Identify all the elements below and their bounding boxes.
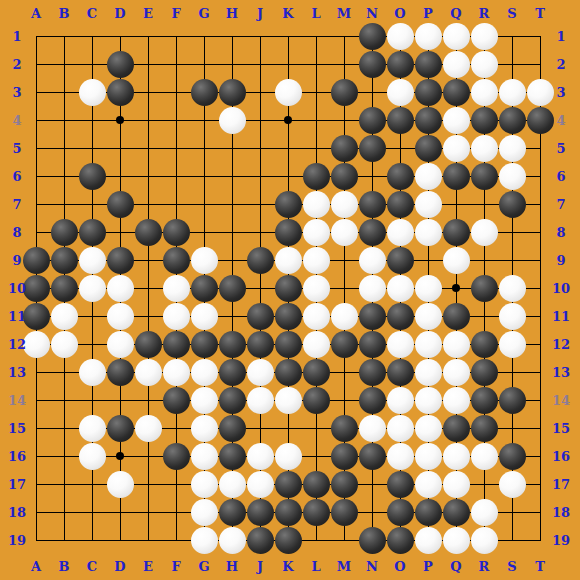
intersection-E3[interactable] [134, 78, 162, 106]
intersection-O8[interactable] [386, 218, 414, 246]
intersection-H18[interactable] [218, 498, 246, 526]
intersection-S11[interactable] [498, 302, 526, 330]
intersection-P7[interactable] [414, 190, 442, 218]
intersection-R17[interactable] [470, 470, 498, 498]
intersection-C14[interactable] [78, 386, 106, 414]
intersection-N7[interactable] [358, 190, 386, 218]
intersection-B17[interactable] [50, 470, 78, 498]
intersection-E7[interactable] [134, 190, 162, 218]
intersection-E13[interactable] [134, 358, 162, 386]
intersection-O14[interactable] [386, 386, 414, 414]
intersection-A16[interactable] [22, 442, 50, 470]
intersection-R15[interactable] [470, 414, 498, 442]
intersection-F6[interactable] [162, 162, 190, 190]
intersection-O9[interactable] [386, 246, 414, 274]
intersection-J8[interactable] [246, 218, 274, 246]
intersection-A1[interactable] [22, 22, 50, 50]
intersection-F3[interactable] [162, 78, 190, 106]
intersection-N8[interactable] [358, 218, 386, 246]
intersection-P10[interactable] [414, 274, 442, 302]
intersection-M10[interactable] [330, 274, 358, 302]
intersection-S12[interactable] [498, 330, 526, 358]
intersection-O3[interactable] [386, 78, 414, 106]
intersection-P12[interactable] [414, 330, 442, 358]
intersection-P8[interactable] [414, 218, 442, 246]
intersection-G11[interactable] [190, 302, 218, 330]
intersection-O17[interactable] [386, 470, 414, 498]
intersection-C5[interactable] [78, 134, 106, 162]
intersection-H12[interactable] [218, 330, 246, 358]
intersection-E14[interactable] [134, 386, 162, 414]
intersection-T5[interactable] [526, 134, 554, 162]
intersection-H2[interactable] [218, 50, 246, 78]
intersection-J14[interactable] [246, 386, 274, 414]
intersection-T19[interactable] [526, 526, 554, 554]
intersection-P2[interactable] [414, 50, 442, 78]
intersection-H3[interactable] [218, 78, 246, 106]
intersection-S6[interactable] [498, 162, 526, 190]
intersection-C3[interactable] [78, 78, 106, 106]
intersection-S1[interactable] [498, 22, 526, 50]
intersection-K16[interactable] [274, 442, 302, 470]
intersection-B2[interactable] [50, 50, 78, 78]
intersection-D12[interactable] [106, 330, 134, 358]
intersection-G19[interactable] [190, 526, 218, 554]
intersection-R9[interactable] [470, 246, 498, 274]
intersection-C9[interactable] [78, 246, 106, 274]
intersection-O5[interactable] [386, 134, 414, 162]
intersection-L11[interactable] [302, 302, 330, 330]
intersection-R13[interactable] [470, 358, 498, 386]
intersection-C4[interactable] [78, 106, 106, 134]
intersection-A3[interactable] [22, 78, 50, 106]
intersection-O12[interactable] [386, 330, 414, 358]
intersection-P6[interactable] [414, 162, 442, 190]
intersection-R18[interactable] [470, 498, 498, 526]
intersection-E17[interactable] [134, 470, 162, 498]
intersection-B18[interactable] [50, 498, 78, 526]
intersection-K13[interactable] [274, 358, 302, 386]
intersection-B4[interactable] [50, 106, 78, 134]
intersection-L9[interactable] [302, 246, 330, 274]
intersection-B11[interactable] [50, 302, 78, 330]
intersection-D5[interactable] [106, 134, 134, 162]
intersection-T11[interactable] [526, 302, 554, 330]
intersection-L12[interactable] [302, 330, 330, 358]
intersection-M8[interactable] [330, 218, 358, 246]
intersection-Q2[interactable] [442, 50, 470, 78]
intersection-A14[interactable] [22, 386, 50, 414]
intersection-K5[interactable] [274, 134, 302, 162]
intersection-Q9[interactable] [442, 246, 470, 274]
intersection-N14[interactable] [358, 386, 386, 414]
intersection-O6[interactable] [386, 162, 414, 190]
intersection-A17[interactable] [22, 470, 50, 498]
intersection-C19[interactable] [78, 526, 106, 554]
intersection-R11[interactable] [470, 302, 498, 330]
intersection-D4[interactable] [106, 106, 134, 134]
intersection-R10[interactable] [470, 274, 498, 302]
intersection-M5[interactable] [330, 134, 358, 162]
intersection-Q19[interactable] [442, 526, 470, 554]
intersection-C11[interactable] [78, 302, 106, 330]
intersection-K1[interactable] [274, 22, 302, 50]
intersection-Q7[interactable] [442, 190, 470, 218]
intersection-T12[interactable] [526, 330, 554, 358]
intersection-J11[interactable] [246, 302, 274, 330]
intersection-C15[interactable] [78, 414, 106, 442]
intersection-M11[interactable] [330, 302, 358, 330]
intersection-K15[interactable] [274, 414, 302, 442]
intersection-D17[interactable] [106, 470, 134, 498]
intersection-Q3[interactable] [442, 78, 470, 106]
intersection-F12[interactable] [162, 330, 190, 358]
intersection-Q18[interactable] [442, 498, 470, 526]
intersection-P9[interactable] [414, 246, 442, 274]
intersection-J12[interactable] [246, 330, 274, 358]
intersection-O7[interactable] [386, 190, 414, 218]
intersection-A6[interactable] [22, 162, 50, 190]
intersection-S18[interactable] [498, 498, 526, 526]
intersection-F13[interactable] [162, 358, 190, 386]
intersection-B6[interactable] [50, 162, 78, 190]
intersection-N5[interactable] [358, 134, 386, 162]
intersection-C12[interactable] [78, 330, 106, 358]
intersection-R16[interactable] [470, 442, 498, 470]
intersection-G17[interactable] [190, 470, 218, 498]
intersection-N2[interactable] [358, 50, 386, 78]
intersection-T1[interactable] [526, 22, 554, 50]
intersection-S8[interactable] [498, 218, 526, 246]
intersection-B1[interactable] [50, 22, 78, 50]
intersection-L4[interactable] [302, 106, 330, 134]
intersection-R14[interactable] [470, 386, 498, 414]
intersection-N6[interactable] [358, 162, 386, 190]
intersection-J1[interactable] [246, 22, 274, 50]
intersection-D13[interactable] [106, 358, 134, 386]
intersection-J17[interactable] [246, 470, 274, 498]
intersection-M1[interactable] [330, 22, 358, 50]
intersection-L5[interactable] [302, 134, 330, 162]
intersection-K18[interactable] [274, 498, 302, 526]
intersection-M17[interactable] [330, 470, 358, 498]
intersection-N18[interactable] [358, 498, 386, 526]
intersection-M6[interactable] [330, 162, 358, 190]
intersection-D10[interactable] [106, 274, 134, 302]
intersection-C13[interactable] [78, 358, 106, 386]
intersection-P5[interactable] [414, 134, 442, 162]
intersection-G1[interactable] [190, 22, 218, 50]
intersection-D7[interactable] [106, 190, 134, 218]
intersection-B12[interactable] [50, 330, 78, 358]
intersection-Q8[interactable] [442, 218, 470, 246]
intersection-O13[interactable] [386, 358, 414, 386]
intersection-T2[interactable] [526, 50, 554, 78]
intersection-Q1[interactable] [442, 22, 470, 50]
intersection-R2[interactable] [470, 50, 498, 78]
intersection-E6[interactable] [134, 162, 162, 190]
intersection-H14[interactable] [218, 386, 246, 414]
intersection-F14[interactable] [162, 386, 190, 414]
intersection-Q13[interactable] [442, 358, 470, 386]
intersection-Q11[interactable] [442, 302, 470, 330]
intersection-R12[interactable] [470, 330, 498, 358]
intersection-R4[interactable] [470, 106, 498, 134]
intersection-M2[interactable] [330, 50, 358, 78]
intersection-G9[interactable] [190, 246, 218, 274]
intersection-E10[interactable] [134, 274, 162, 302]
intersection-N17[interactable] [358, 470, 386, 498]
intersection-N4[interactable] [358, 106, 386, 134]
intersection-H9[interactable] [218, 246, 246, 274]
intersection-T7[interactable] [526, 190, 554, 218]
intersection-H5[interactable] [218, 134, 246, 162]
intersection-F17[interactable] [162, 470, 190, 498]
intersection-J2[interactable] [246, 50, 274, 78]
intersection-O2[interactable] [386, 50, 414, 78]
intersection-K3[interactable] [274, 78, 302, 106]
intersection-R5[interactable] [470, 134, 498, 162]
intersection-J7[interactable] [246, 190, 274, 218]
intersection-K2[interactable] [274, 50, 302, 78]
intersection-O1[interactable] [386, 22, 414, 50]
intersection-K4[interactable] [274, 106, 302, 134]
intersection-H10[interactable] [218, 274, 246, 302]
intersection-C6[interactable] [78, 162, 106, 190]
intersection-L6[interactable] [302, 162, 330, 190]
intersection-T10[interactable] [526, 274, 554, 302]
intersection-L17[interactable] [302, 470, 330, 498]
intersection-L3[interactable] [302, 78, 330, 106]
intersection-A5[interactable] [22, 134, 50, 162]
intersection-L1[interactable] [302, 22, 330, 50]
intersection-G13[interactable] [190, 358, 218, 386]
intersection-B16[interactable] [50, 442, 78, 470]
intersection-H16[interactable] [218, 442, 246, 470]
intersection-H13[interactable] [218, 358, 246, 386]
intersection-B13[interactable] [50, 358, 78, 386]
intersection-P19[interactable] [414, 526, 442, 554]
intersection-K10[interactable] [274, 274, 302, 302]
intersection-D1[interactable] [106, 22, 134, 50]
intersection-T9[interactable] [526, 246, 554, 274]
intersection-F4[interactable] [162, 106, 190, 134]
intersection-A10[interactable] [22, 274, 50, 302]
intersection-K9[interactable] [274, 246, 302, 274]
intersection-E2[interactable] [134, 50, 162, 78]
intersection-C7[interactable] [78, 190, 106, 218]
intersection-M9[interactable] [330, 246, 358, 274]
intersection-L7[interactable] [302, 190, 330, 218]
intersection-L8[interactable] [302, 218, 330, 246]
intersection-G8[interactable] [190, 218, 218, 246]
intersection-G12[interactable] [190, 330, 218, 358]
intersection-O10[interactable] [386, 274, 414, 302]
intersection-K6[interactable] [274, 162, 302, 190]
intersection-S13[interactable] [498, 358, 526, 386]
intersection-M18[interactable] [330, 498, 358, 526]
intersection-C10[interactable] [78, 274, 106, 302]
intersection-A9[interactable] [22, 246, 50, 274]
intersection-P4[interactable] [414, 106, 442, 134]
intersection-F1[interactable] [162, 22, 190, 50]
intersection-A19[interactable] [22, 526, 50, 554]
intersection-D6[interactable] [106, 162, 134, 190]
intersection-J5[interactable] [246, 134, 274, 162]
intersection-P16[interactable] [414, 442, 442, 470]
intersection-T8[interactable] [526, 218, 554, 246]
intersection-H11[interactable] [218, 302, 246, 330]
intersection-B10[interactable] [50, 274, 78, 302]
intersection-B3[interactable] [50, 78, 78, 106]
intersection-E9[interactable] [134, 246, 162, 274]
intersection-O19[interactable] [386, 526, 414, 554]
intersection-L10[interactable] [302, 274, 330, 302]
intersection-J18[interactable] [246, 498, 274, 526]
intersection-T14[interactable] [526, 386, 554, 414]
intersection-J10[interactable] [246, 274, 274, 302]
intersection-A12[interactable] [22, 330, 50, 358]
intersection-Q12[interactable] [442, 330, 470, 358]
intersection-G6[interactable] [190, 162, 218, 190]
intersection-D8[interactable] [106, 218, 134, 246]
intersection-P17[interactable] [414, 470, 442, 498]
intersection-A18[interactable] [22, 498, 50, 526]
intersection-C18[interactable] [78, 498, 106, 526]
intersection-N11[interactable] [358, 302, 386, 330]
intersection-E1[interactable] [134, 22, 162, 50]
intersection-M16[interactable] [330, 442, 358, 470]
intersection-D3[interactable] [106, 78, 134, 106]
intersection-N15[interactable] [358, 414, 386, 442]
intersection-E15[interactable] [134, 414, 162, 442]
intersection-G14[interactable] [190, 386, 218, 414]
intersection-D11[interactable] [106, 302, 134, 330]
intersection-J15[interactable] [246, 414, 274, 442]
intersection-T13[interactable] [526, 358, 554, 386]
intersection-Q16[interactable] [442, 442, 470, 470]
intersection-C8[interactable] [78, 218, 106, 246]
intersection-O16[interactable] [386, 442, 414, 470]
intersection-E8[interactable] [134, 218, 162, 246]
intersection-B9[interactable] [50, 246, 78, 274]
intersection-J6[interactable] [246, 162, 274, 190]
intersection-T3[interactable] [526, 78, 554, 106]
intersection-J16[interactable] [246, 442, 274, 470]
intersection-C1[interactable] [78, 22, 106, 50]
intersection-E5[interactable] [134, 134, 162, 162]
intersection-C16[interactable] [78, 442, 106, 470]
intersection-K8[interactable] [274, 218, 302, 246]
intersection-H15[interactable] [218, 414, 246, 442]
intersection-N10[interactable] [358, 274, 386, 302]
intersection-A2[interactable] [22, 50, 50, 78]
intersection-P11[interactable] [414, 302, 442, 330]
intersection-S9[interactable] [498, 246, 526, 274]
intersection-T4[interactable] [526, 106, 554, 134]
intersection-D16[interactable] [106, 442, 134, 470]
intersection-E19[interactable] [134, 526, 162, 554]
intersection-O4[interactable] [386, 106, 414, 134]
intersection-Q17[interactable] [442, 470, 470, 498]
intersection-N16[interactable] [358, 442, 386, 470]
intersection-J9[interactable] [246, 246, 274, 274]
intersection-J19[interactable] [246, 526, 274, 554]
intersection-F8[interactable] [162, 218, 190, 246]
intersection-Q4[interactable] [442, 106, 470, 134]
intersection-S3[interactable] [498, 78, 526, 106]
intersection-E4[interactable] [134, 106, 162, 134]
intersection-L18[interactable] [302, 498, 330, 526]
intersection-F15[interactable] [162, 414, 190, 442]
intersection-T15[interactable] [526, 414, 554, 442]
intersection-S2[interactable] [498, 50, 526, 78]
intersection-H6[interactable] [218, 162, 246, 190]
intersection-D14[interactable] [106, 386, 134, 414]
intersection-P1[interactable] [414, 22, 442, 50]
intersection-H4[interactable] [218, 106, 246, 134]
intersection-S10[interactable] [498, 274, 526, 302]
intersection-J4[interactable] [246, 106, 274, 134]
intersection-Q5[interactable] [442, 134, 470, 162]
intersection-N12[interactable] [358, 330, 386, 358]
intersection-N13[interactable] [358, 358, 386, 386]
intersection-S16[interactable] [498, 442, 526, 470]
intersection-C2[interactable] [78, 50, 106, 78]
intersection-Q14[interactable] [442, 386, 470, 414]
intersection-R19[interactable] [470, 526, 498, 554]
intersection-A7[interactable] [22, 190, 50, 218]
intersection-R8[interactable] [470, 218, 498, 246]
intersection-P15[interactable] [414, 414, 442, 442]
intersection-M3[interactable] [330, 78, 358, 106]
intersection-T16[interactable] [526, 442, 554, 470]
intersection-C17[interactable] [78, 470, 106, 498]
intersection-N3[interactable] [358, 78, 386, 106]
intersection-E18[interactable] [134, 498, 162, 526]
intersection-D15[interactable] [106, 414, 134, 442]
intersection-F7[interactable] [162, 190, 190, 218]
intersection-O15[interactable] [386, 414, 414, 442]
intersection-K11[interactable] [274, 302, 302, 330]
intersection-B15[interactable] [50, 414, 78, 442]
intersection-P3[interactable] [414, 78, 442, 106]
intersection-L2[interactable] [302, 50, 330, 78]
intersection-S7[interactable] [498, 190, 526, 218]
intersection-A4[interactable] [22, 106, 50, 134]
intersection-A15[interactable] [22, 414, 50, 442]
intersection-M15[interactable] [330, 414, 358, 442]
intersection-H1[interactable] [218, 22, 246, 50]
intersection-F5[interactable] [162, 134, 190, 162]
intersection-A8[interactable] [22, 218, 50, 246]
intersection-B7[interactable] [50, 190, 78, 218]
intersection-S14[interactable] [498, 386, 526, 414]
intersection-N9[interactable] [358, 246, 386, 274]
intersection-M14[interactable] [330, 386, 358, 414]
intersection-N19[interactable] [358, 526, 386, 554]
intersection-F2[interactable] [162, 50, 190, 78]
intersection-M7[interactable] [330, 190, 358, 218]
intersection-T18[interactable] [526, 498, 554, 526]
intersection-L13[interactable] [302, 358, 330, 386]
intersection-G5[interactable] [190, 134, 218, 162]
intersection-R6[interactable] [470, 162, 498, 190]
intersection-O18[interactable] [386, 498, 414, 526]
intersection-H17[interactable] [218, 470, 246, 498]
intersection-G10[interactable] [190, 274, 218, 302]
intersection-G3[interactable] [190, 78, 218, 106]
